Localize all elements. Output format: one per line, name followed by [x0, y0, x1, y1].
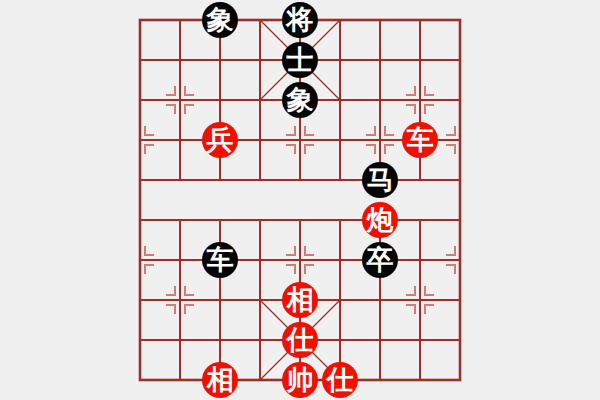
piece-red-soldier[interactable]: 兵 [202, 122, 238, 158]
piece-red-elephant[interactable]: 相 [282, 282, 318, 318]
piece-black-elephant[interactable]: 象 [202, 2, 238, 38]
xiangqi-board: 象将士象兵车马炮车卒相仕相帅仕 [0, 0, 600, 400]
piece-red-elephant[interactable]: 相 [202, 362, 238, 398]
piece-red-advisor[interactable]: 仕 [282, 322, 318, 358]
piece-black-chariot[interactable]: 车 [202, 242, 238, 278]
piece-red-general[interactable]: 帅 [282, 362, 318, 398]
piece-red-advisor[interactable]: 仕 [322, 362, 358, 398]
piece-black-advisor[interactable]: 士 [282, 42, 318, 78]
piece-black-horse[interactable]: 马 [362, 162, 398, 198]
piece-red-chariot[interactable]: 车 [402, 122, 438, 158]
piece-red-cannon[interactable]: 炮 [362, 202, 398, 238]
piece-black-soldier[interactable]: 卒 [362, 242, 398, 278]
piece-black-general[interactable]: 将 [282, 2, 318, 38]
piece-black-elephant[interactable]: 象 [282, 82, 318, 118]
pieces-layer: 象将士象兵车马炮车卒相仕相帅仕 [120, 0, 480, 400]
